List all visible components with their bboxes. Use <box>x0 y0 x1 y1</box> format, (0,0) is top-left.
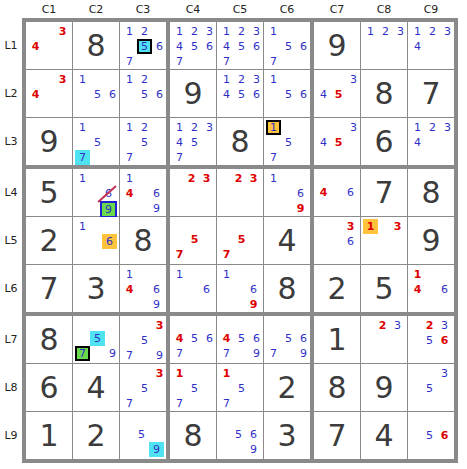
cell-L2C6[interactable]: 156 <box>264 70 310 117</box>
cell-L1C7[interactable]: 9 <box>314 22 360 69</box>
candidate-6[interactable]: 6 <box>149 186 164 201</box>
cell-L8C3[interactable]: 357 <box>120 364 166 411</box>
cell-value: 3 <box>73 265 119 312</box>
candidate-5[interactable]: 5 <box>281 135 296 150</box>
candidate-6[interactable]: 6 <box>102 234 117 249</box>
cell-L7C3[interactable]: 3579 <box>120 316 166 363</box>
candidate-9[interactable]: 9 <box>293 201 308 216</box>
candidate-5[interactable]: 5 <box>422 333 437 348</box>
cell-L3C1[interactable]: 9 <box>26 118 72 165</box>
candidate-7[interactable]: 7 <box>172 150 187 165</box>
cell-L4C5[interactable]: 23 <box>217 169 263 216</box>
cell-L6C3[interactable]: 1469 <box>120 265 166 312</box>
cell-L3C7[interactable]: 345 <box>314 118 360 165</box>
candidate-6[interactable]: 6 <box>149 282 164 297</box>
cell-L2C8[interactable]: 8 <box>361 70 407 117</box>
candidates: 23 <box>170 169 216 216</box>
candidates: 12567 <box>120 22 166 69</box>
candidate-1[interactable]: 1 <box>122 120 137 135</box>
candidate-4[interactable]: 4 <box>122 186 137 201</box>
cell-L7C4[interactable]: 4567 <box>170 316 216 363</box>
candidates: 1567 <box>264 22 310 69</box>
candidate-2[interactable]: 2 <box>422 318 437 333</box>
cell-L6C1[interactable]: 7 <box>26 265 72 312</box>
candidate-7[interactable]: 7 <box>219 54 234 69</box>
candidate-9[interactable]: 9 <box>149 442 164 457</box>
candidate-5[interactable]: 5 <box>331 135 346 150</box>
candidate-4[interactable]: 4 <box>219 39 234 54</box>
cell-L5C5[interactable]: 57 <box>217 217 263 264</box>
candidate-9[interactable]: 9 <box>246 442 261 457</box>
candidate-6[interactable]: 6 <box>199 282 214 297</box>
candidate-2[interactable]: 2 <box>425 120 440 135</box>
candidate-1[interactable]: 1 <box>172 366 187 381</box>
candidate-6[interactable]: 6 <box>202 331 217 346</box>
candidates: 34 <box>26 22 72 69</box>
candidate-4[interactable]: 4 <box>122 282 137 297</box>
candidate-4[interactable]: 4 <box>28 39 43 54</box>
box-3-3: 123235689357456 <box>314 316 454 459</box>
cell-value: 4 <box>361 412 407 459</box>
candidate-1[interactable]: 1 <box>219 72 234 87</box>
candidate-3[interactable]: 3 <box>437 366 452 381</box>
candidate-7[interactable]: 7 <box>122 396 137 411</box>
cell-L4C4[interactable]: 23 <box>170 169 216 216</box>
cell-L3C6[interactable]: 157 <box>264 118 310 165</box>
candidate-9[interactable]: 9 <box>149 201 164 216</box>
candidate-9[interactable]: 9 <box>105 346 120 361</box>
cell-L4C7[interactable]: 46 <box>314 169 360 216</box>
cell-L9C7[interactable]: 7 <box>314 412 360 459</box>
candidate-4[interactable]: 4 <box>316 135 331 150</box>
candidate-6[interactable]: 6 <box>101 186 116 201</box>
candidate-2[interactable]: 2 <box>234 72 249 87</box>
candidates: 1234567 <box>217 22 263 69</box>
cell-L1C3[interactable]: 12567 <box>120 22 166 69</box>
candidate-7[interactable]: 7 <box>266 346 281 361</box>
candidate-1[interactable]: 1 <box>75 219 90 234</box>
cell-L4C1[interactable]: 5 <box>26 169 72 216</box>
cell-L6C2[interactable]: 3 <box>73 265 119 312</box>
cell-L5C4[interactable]: 57 <box>170 217 216 264</box>
cell-L2C9[interactable]: 7 <box>408 70 454 117</box>
cell-value: 8 <box>73 22 119 69</box>
candidate-1[interactable]: 1 <box>363 24 378 39</box>
candidate-1[interactable]: 1 <box>219 366 234 381</box>
candidate-1[interactable]: 1 <box>266 171 281 186</box>
candidate-2[interactable]: 2 <box>187 120 202 135</box>
cell-L4C2[interactable]: 169 <box>73 169 119 216</box>
cell-L3C3[interactable]: 1257 <box>120 118 166 165</box>
candidates: 1234 <box>408 22 454 69</box>
candidates: 59 <box>120 412 166 459</box>
candidate-1[interactable]: 1 <box>122 72 137 87</box>
cell-L3C9[interactable]: 1234 <box>408 118 454 165</box>
cell-L1C4[interactable]: 1234567 <box>170 22 216 69</box>
candidate-5[interactable]: 5 <box>331 87 346 102</box>
candidate-7[interactable]: 7 <box>75 150 90 165</box>
cell-value: 2 <box>73 412 119 459</box>
sudoku-app: C1C2C3C4C5C6C7C8C9 L1L2L3L4L5L6L7L8L9 34… <box>0 0 467 463</box>
candidate-2[interactable]: 2 <box>234 24 249 39</box>
candidate-6[interactable]: 6 <box>296 87 311 102</box>
candidate-6[interactable]: 6 <box>246 282 261 297</box>
row-label-L3: L3 <box>0 118 22 165</box>
candidates: 156 <box>264 70 310 117</box>
candidates: 579 <box>73 316 119 363</box>
candidate-3[interactable]: 3 <box>440 120 455 135</box>
cell-L8C8[interactable]: 9 <box>361 364 407 411</box>
candidate-2[interactable]: 2 <box>425 24 440 39</box>
cell-L5C2[interactable]: 16 <box>73 217 119 264</box>
candidate-7[interactable]: 7 <box>172 346 187 361</box>
cell-L7C5[interactable]: 45679 <box>217 316 263 363</box>
candidate-7[interactable]: 7 <box>219 346 234 361</box>
candidate-6[interactable]: 6 <box>296 39 311 54</box>
cell-L7C6[interactable]: 5679 <box>264 316 310 363</box>
col-label-C5: C5 <box>217 3 263 16</box>
candidate-1[interactable]: 1 <box>122 171 137 186</box>
candidate-7[interactable]: 7 <box>75 346 90 361</box>
cell-value: 1 <box>26 412 72 459</box>
cell-L2C7[interactable]: 345 <box>314 70 360 117</box>
candidate-4[interactable]: 4 <box>172 331 187 346</box>
candidate-7[interactable]: 7 <box>266 150 281 165</box>
candidate-3[interactable]: 3 <box>202 24 217 39</box>
cell-value: 9 <box>361 364 407 411</box>
cell-L4C8[interactable]: 7 <box>361 169 407 216</box>
candidate-1[interactable]: 1 <box>266 24 281 39</box>
candidate-6[interactable]: 6 <box>293 186 308 201</box>
candidate-5[interactable]: 5 <box>281 87 296 102</box>
cell-L4C3[interactable]: 1469 <box>120 169 166 216</box>
cell-value: 9 <box>408 217 454 264</box>
candidate-5[interactable]: 5 <box>137 39 152 54</box>
candidate-4[interactable]: 4 <box>316 185 331 200</box>
candidate-5[interactable]: 5 <box>137 135 152 150</box>
candidates: 569 <box>217 412 263 459</box>
candidate-2[interactable]: 2 <box>137 24 152 39</box>
candidate-4[interactable]: 4 <box>410 39 425 54</box>
cell-L1C2[interactable]: 8 <box>73 22 119 69</box>
cell-L2C3[interactable]: 1256 <box>120 70 166 117</box>
candidate-5[interactable]: 5 <box>187 135 202 150</box>
cell-L8C2[interactable]: 4 <box>73 364 119 411</box>
candidate-5[interactable]: 5 <box>234 331 249 346</box>
candidate-3[interactable]: 3 <box>343 219 358 234</box>
row-label-L1: L1 <box>0 22 22 69</box>
candidates: 123456 <box>217 70 263 117</box>
candidate-9[interactable]: 9 <box>249 346 264 361</box>
candidate-5[interactable]: 5 <box>90 87 105 102</box>
candidate-2[interactable]: 2 <box>375 318 390 333</box>
row-label-L2: L2 <box>0 70 22 117</box>
candidate-5[interactable]: 5 <box>281 39 296 54</box>
cell-L8C5[interactable]: 157 <box>217 364 263 411</box>
candidates: 36 <box>314 217 360 264</box>
candidate-4[interactable]: 4 <box>410 282 425 297</box>
candidate-3[interactable]: 3 <box>202 120 217 135</box>
candidate-1[interactable]: 1 <box>363 219 378 234</box>
cell-value: 4 <box>264 217 310 264</box>
candidate-6[interactable]: 6 <box>437 428 452 443</box>
box-3-2: 4567456795679157157285693 <box>170 316 310 459</box>
candidates: 156 <box>73 70 119 117</box>
box-1-1: 3481256734156125691571257 <box>26 22 166 165</box>
candidate-9[interactable]: 9 <box>152 348 167 363</box>
candidate-6[interactable]: 6 <box>249 331 264 346</box>
candidate-6[interactable]: 6 <box>343 185 358 200</box>
cell-L6C8[interactable]: 5 <box>361 265 407 312</box>
cell-L5C6[interactable]: 4 <box>264 217 310 264</box>
candidate-4[interactable]: 4 <box>28 87 43 102</box>
candidate-1[interactable]: 1 <box>219 24 234 39</box>
candidate-7[interactable]: 7 <box>266 54 281 69</box>
candidates: 2356 <box>408 316 454 363</box>
candidate-4[interactable]: 4 <box>172 39 187 54</box>
candidate-3[interactable]: 3 <box>249 24 264 39</box>
cell-L1C6[interactable]: 1567 <box>264 22 310 69</box>
candidate-5[interactable]: 5 <box>187 39 202 54</box>
candidate-1[interactable]: 1 <box>75 171 90 186</box>
cell-L3C2[interactable]: 157 <box>73 118 119 165</box>
candidate-9[interactable]: 9 <box>246 297 261 312</box>
candidate-5[interactable]: 5 <box>187 232 202 247</box>
candidate-3[interactable]: 3 <box>393 24 408 39</box>
cell-L1C5[interactable]: 1234567 <box>217 22 263 69</box>
candidate-3[interactable]: 3 <box>55 72 70 87</box>
candidate-5[interactable]: 5 <box>90 331 105 346</box>
cell-L7C2[interactable]: 579 <box>73 316 119 363</box>
candidate-5[interactable]: 5 <box>234 87 249 102</box>
cell-L9C2[interactable]: 2 <box>73 412 119 459</box>
candidate-1[interactable]: 1 <box>122 24 137 39</box>
cell-L4C6[interactable]: 169 <box>264 169 310 216</box>
cell-L8C7[interactable]: 8 <box>314 364 360 411</box>
candidate-3[interactable]: 3 <box>440 24 455 39</box>
cell-L7C8[interactable]: 23 <box>361 316 407 363</box>
candidate-6[interactable]: 6 <box>249 39 264 54</box>
cell-L7C9[interactable]: 2356 <box>408 316 454 363</box>
candidate-3[interactable]: 3 <box>249 72 264 87</box>
cell-L9C8[interactable]: 4 <box>361 412 407 459</box>
candidate-5[interactable]: 5 <box>137 87 152 102</box>
candidates: 146 <box>408 265 454 312</box>
candidates: 123 <box>361 22 407 69</box>
cell-L7C7[interactable]: 1 <box>314 316 360 363</box>
candidate-3[interactable]: 3 <box>55 24 70 39</box>
cell-value: 7 <box>408 70 454 117</box>
candidate-5[interactable]: 5 <box>234 381 249 396</box>
candidates: 357 <box>120 364 166 411</box>
box-2-2: 232316957574161698 <box>170 169 310 312</box>
candidate-6[interactable]: 6 <box>296 331 311 346</box>
candidate-5[interactable]: 5 <box>187 331 202 346</box>
cell-L5C7[interactable]: 36 <box>314 217 360 264</box>
candidates: 157 <box>170 364 216 411</box>
box-3-1: 85793579643571259 <box>26 316 166 459</box>
candidate-5[interactable]: 5 <box>234 39 249 54</box>
candidate-5[interactable]: 5 <box>137 333 152 348</box>
candidate-6[interactable]: 6 <box>152 39 167 54</box>
candidate-5[interactable]: 5 <box>281 331 296 346</box>
cell-value: 7 <box>361 169 407 216</box>
cell-L9C9[interactable]: 56 <box>408 412 454 459</box>
cell-L8C9[interactable]: 35 <box>408 364 454 411</box>
cell-L6C5[interactable]: 169 <box>217 265 263 312</box>
cell-L1C9[interactable]: 1234 <box>408 22 454 69</box>
candidate-3[interactable]: 3 <box>199 171 214 186</box>
candidate-5[interactable]: 5 <box>234 232 249 247</box>
cell-L5C9[interactable]: 9 <box>408 217 454 264</box>
cell-L8C6[interactable]: 2 <box>264 364 310 411</box>
candidate-1[interactable]: 1 <box>266 72 281 87</box>
candidate-1[interactable]: 1 <box>410 24 425 39</box>
col-label-group: C7C8C9 <box>314 3 454 16</box>
candidate-6[interactable]: 6 <box>437 282 452 297</box>
candidates: 4567 <box>170 316 216 363</box>
candidate-6[interactable]: 6 <box>202 39 217 54</box>
candidate-7[interactable]: 7 <box>122 150 137 165</box>
candidate-9[interactable]: 9 <box>296 346 311 361</box>
candidate-3[interactable]: 3 <box>346 120 361 135</box>
candidate-1[interactable]: 1 <box>75 72 90 87</box>
cell-L9C3[interactable]: 59 <box>120 412 166 459</box>
candidate-5[interactable]: 5 <box>231 427 246 442</box>
cell-L2C1[interactable]: 34 <box>26 70 72 117</box>
candidate-3[interactable]: 3 <box>346 72 361 87</box>
cell-L9C6[interactable]: 3 <box>264 412 310 459</box>
candidate-3[interactable]: 3 <box>152 366 167 381</box>
candidate-1[interactable]: 1 <box>266 120 281 135</box>
candidate-9[interactable]: 9 <box>149 297 164 312</box>
candidates: 169 <box>217 265 263 312</box>
row-label-L8: L8 <box>0 364 22 411</box>
cell-L6C7[interactable]: 2 <box>314 265 360 312</box>
candidate-7[interactable]: 7 <box>172 396 187 411</box>
candidate-5[interactable]: 5 <box>187 381 202 396</box>
cell-L3C8[interactable]: 6 <box>361 118 407 165</box>
candidate-7[interactable]: 7 <box>122 348 137 363</box>
cell-value: 2 <box>264 364 310 411</box>
cell-L1C8[interactable]: 123 <box>361 22 407 69</box>
candidate-5[interactable]: 5 <box>134 427 149 442</box>
candidate-4[interactable]: 4 <box>219 331 234 346</box>
candidate-7[interactable]: 7 <box>122 54 137 69</box>
candidate-3[interactable]: 3 <box>390 219 405 234</box>
candidate-5[interactable]: 5 <box>422 428 437 443</box>
candidate-3[interactable]: 3 <box>390 318 405 333</box>
corner-spacer <box>0 0 22 18</box>
cell-L3C5[interactable]: 8 <box>217 118 263 165</box>
cell-L9C4[interactable]: 8 <box>170 412 216 459</box>
cell-L9C1[interactable]: 1 <box>26 412 72 459</box>
col-label-group: C1C2C3 <box>26 3 166 16</box>
candidate-6[interactable]: 6 <box>437 333 452 348</box>
cell-L8C4[interactable]: 157 <box>170 364 216 411</box>
row-label-L6: L6 <box>0 265 22 312</box>
cell-L2C5[interactable]: 123456 <box>217 70 263 117</box>
box-1-2: 12345671234567156791234561561234578157 <box>170 22 310 165</box>
cell-L6C4[interactable]: 16 <box>170 265 216 312</box>
candidate-2[interactable]: 2 <box>137 72 152 87</box>
candidate-7[interactable]: 7 <box>219 247 234 262</box>
cell-L6C6[interactable]: 8 <box>264 265 310 312</box>
candidate-6[interactable]: 6 <box>246 427 261 442</box>
candidate-9[interactable]: 9 <box>100 201 117 218</box>
candidate-3[interactable]: 3 <box>246 171 261 186</box>
candidate-1[interactable]: 1 <box>172 120 187 135</box>
cell-L2C4[interactable]: 9 <box>170 70 216 117</box>
candidate-3[interactable]: 3 <box>152 318 167 333</box>
candidate-6[interactable]: 6 <box>343 234 358 249</box>
candidate-1[interactable]: 1 <box>172 24 187 39</box>
cell-L5C3[interactable]: 8 <box>120 217 166 264</box>
candidate-2[interactable]: 2 <box>231 171 246 186</box>
box-2-3: 46783613925146 <box>314 169 454 312</box>
candidate-2[interactable]: 2 <box>378 24 393 39</box>
cell-L8C1[interactable]: 6 <box>26 364 72 411</box>
candidates: 3579 <box>120 316 166 363</box>
cell-L4C9[interactable]: 8 <box>408 169 454 216</box>
candidates: 123457 <box>170 118 216 165</box>
candidates: 1257 <box>120 118 166 165</box>
cell-L5C1[interactable]: 2 <box>26 217 72 264</box>
candidate-1[interactable]: 1 <box>410 267 425 282</box>
candidate-1[interactable]: 1 <box>75 120 90 135</box>
cell-L9C5[interactable]: 569 <box>217 412 263 459</box>
candidate-4[interactable]: 4 <box>219 87 234 102</box>
cell-value: 8 <box>26 316 72 363</box>
row-label-L9: L9 <box>0 412 22 459</box>
candidate-1[interactable]: 1 <box>410 120 425 135</box>
candidate-6[interactable]: 6 <box>105 87 120 102</box>
candidate-6[interactable]: 6 <box>152 87 167 102</box>
candidates: 16 <box>170 265 216 312</box>
candidate-5[interactable]: 5 <box>422 381 437 396</box>
cell-L6C9[interactable]: 146 <box>408 265 454 312</box>
cell-L5C8[interactable]: 13 <box>361 217 407 264</box>
box-2-1: 516914692168731469 <box>26 169 166 312</box>
cell-value: 8 <box>361 70 407 117</box>
candidate-2[interactable]: 2 <box>137 120 152 135</box>
candidate-5[interactable]: 5 <box>90 135 105 150</box>
cell-L2C2[interactable]: 156 <box>73 70 119 117</box>
candidate-1[interactable]: 1 <box>122 267 137 282</box>
candidate-7[interactable]: 7 <box>219 396 234 411</box>
candidate-4[interactable]: 4 <box>316 87 331 102</box>
candidate-6[interactable]: 6 <box>249 87 264 102</box>
candidate-1[interactable]: 1 <box>219 267 234 282</box>
row-labels: L1L2L3L4L5L6L7L8L9 <box>0 18 22 463</box>
candidate-2[interactable]: 2 <box>184 171 199 186</box>
candidate-1[interactable]: 1 <box>172 267 187 282</box>
cell-L7C1[interactable]: 8 <box>26 316 72 363</box>
candidate-7[interactable]: 7 <box>172 247 187 262</box>
candidates: 1469 <box>120 169 166 216</box>
row-label-L7: L7 <box>0 316 22 363</box>
candidates: 23 <box>217 169 263 216</box>
candidate-4[interactable]: 4 <box>410 135 425 150</box>
candidate-3[interactable]: 3 <box>437 318 452 333</box>
cell-L1C1[interactable]: 34 <box>26 22 72 69</box>
candidate-5[interactable]: 5 <box>137 381 152 396</box>
candidate-2[interactable]: 2 <box>187 24 202 39</box>
candidate-7[interactable]: 7 <box>172 54 187 69</box>
candidate-4[interactable]: 4 <box>172 135 187 150</box>
cell-L3C4[interactable]: 123457 <box>170 118 216 165</box>
col-label-C3: C3 <box>120 3 166 16</box>
